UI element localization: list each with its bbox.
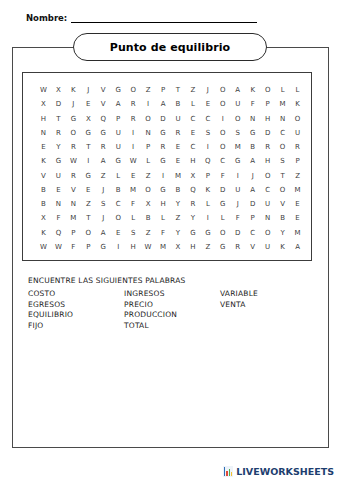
word-to-find: PRECIO	[124, 300, 177, 311]
grid-cell-r4c15[interactable]: G	[245, 126, 260, 140]
grid-cell-r5c2[interactable]: Y	[51, 140, 66, 154]
grid-cell-r11c7[interactable]: S	[126, 226, 141, 240]
grid-cell-r7c12[interactable]: P	[200, 169, 215, 183]
grid-cell-r11c4[interactable]: O	[81, 226, 96, 240]
grid-cell-r7c8[interactable]: Z	[141, 169, 156, 183]
grid-cell-r6c13[interactable]: C	[215, 154, 230, 168]
grid-cell-r2c7[interactable]: R	[126, 97, 141, 111]
grid-cell-r1c9[interactable]: P	[156, 83, 171, 97]
grid-cell-r11c14[interactable]: D	[230, 226, 245, 240]
grid-cell-r12c8[interactable]: W	[141, 240, 156, 254]
word-to-find: VARIABLE	[220, 289, 258, 300]
grid-cell-r3c2[interactable]: T	[51, 112, 66, 126]
grid-cell-r3c4[interactable]: X	[81, 112, 96, 126]
grid-cell-r3c9[interactable]: D	[156, 112, 171, 126]
grid-cell-r7c5[interactable]: Z	[96, 169, 111, 183]
grid-cell-r1c13[interactable]: O	[215, 83, 230, 97]
grid-cell-r11c8[interactable]: Z	[141, 226, 156, 240]
grid-cell-r10c2[interactable]: F	[51, 211, 66, 225]
grid-cell-r1c16[interactable]: O	[260, 83, 275, 97]
grid-cell-r2c16[interactable]: P	[260, 97, 275, 111]
grid-cell-r7c11[interactable]: X	[185, 169, 200, 183]
grid-cell-r9c17[interactable]: V	[275, 197, 290, 211]
grid-cell-r6c16[interactable]: H	[260, 154, 275, 168]
grid-cell-r7c13[interactable]: F	[215, 169, 230, 183]
grid-cell-r2c11[interactable]: L	[185, 97, 200, 111]
grid-cell-r7c18[interactable]: Z	[290, 169, 305, 183]
footer-brand-link[interactable]: LIVEWORKSHEETS	[223, 465, 334, 478]
grid-cell-r4c4[interactable]: G	[81, 126, 96, 140]
grid-cell-r7c7[interactable]: E	[126, 169, 141, 183]
grid-cell-r4c17[interactable]: C	[275, 126, 290, 140]
grid-cell-r10c16[interactable]: N	[260, 211, 275, 225]
grid-cell-r5c18[interactable]: R	[290, 140, 305, 154]
word-to-find: VENTA	[220, 300, 258, 311]
grid-cell-r11c6[interactable]: E	[111, 226, 126, 240]
grid-cell-r11c1[interactable]: K	[36, 226, 51, 240]
grid-cell-r3c12[interactable]: C	[200, 112, 215, 126]
grid-cell-r4c10[interactable]: R	[171, 126, 186, 140]
grid-cell-r9c11[interactable]: R	[185, 197, 200, 211]
grid-cell-r8c1[interactable]: B	[36, 183, 51, 197]
grid-cell-r12c6[interactable]: I	[111, 240, 126, 254]
grid-cell-r2c2[interactable]: D	[51, 97, 66, 111]
grid-cell-r3c7[interactable]: R	[126, 112, 141, 126]
grid-cell-r12c16[interactable]: U	[260, 240, 275, 254]
grid-cell-r9c12[interactable]: L	[200, 197, 215, 211]
liveworksheets-logo-icon	[223, 466, 233, 477]
grid-cell-r8c4[interactable]: E	[81, 183, 96, 197]
grid-cell-r7c10[interactable]: M	[171, 169, 186, 183]
grid-cell-r9c6[interactable]: C	[111, 197, 126, 211]
grid-cell-r12c15[interactable]: V	[245, 240, 260, 254]
grid-cell-r3c5[interactable]: Q	[96, 112, 111, 126]
grid-cell-r4c13[interactable]: O	[215, 126, 230, 140]
grid-cell-r6c17[interactable]: S	[275, 154, 290, 168]
grid-cell-r3c13[interactable]: I	[215, 112, 230, 126]
grid-cell-r1c1[interactable]: W	[36, 83, 51, 97]
grid-cell-r10c1[interactable]: X	[36, 211, 51, 225]
grid-cell-r11c12[interactable]: G	[200, 226, 215, 240]
grid-cell-r3c11[interactable]: C	[185, 112, 200, 126]
word-to-find: EGRESOS	[28, 300, 73, 311]
grid-cell-r7c14[interactable]: I	[230, 169, 245, 183]
grid-cell-r1c2[interactable]: X	[51, 83, 66, 97]
wordsearch-grid: WXKJVGOZPTZJOAKOLLXDJEVARIABLEOUFPMKHTGX…	[22, 72, 312, 261]
grid-cell-r5c8[interactable]: P	[141, 140, 156, 154]
grid-cell-r5c1[interactable]: E	[36, 140, 51, 154]
grid-cell-r5c10[interactable]: E	[171, 140, 186, 154]
grid-cell-r5c17[interactable]: O	[275, 140, 290, 154]
grid-cell-r6c11[interactable]: H	[185, 154, 200, 168]
grid-cell-r3c8[interactable]: O	[141, 112, 156, 126]
word-to-find: EQUILIBRIO	[28, 310, 73, 321]
grid-cell-r11c3[interactable]: P	[66, 226, 81, 240]
word-to-find: COSTO	[28, 289, 73, 300]
grid-cell-r10c12[interactable]: I	[200, 211, 215, 225]
name-label: Nombre:	[26, 13, 67, 23]
grid-cell-r12c2[interactable]: W	[51, 240, 66, 254]
grid-cell-r4c5[interactable]: G	[96, 126, 111, 140]
grid-cell-r6c10[interactable]: E	[171, 154, 186, 168]
instructions-header: ENCUENTRE LAS SIGUIENTES PALABRAS	[28, 276, 185, 285]
grid-cell-r4c2[interactable]: R	[51, 126, 66, 140]
grid-cell-r7c16[interactable]: O	[260, 169, 275, 183]
grid-cell-r1c11[interactable]: Z	[185, 83, 200, 97]
grid-cell-r2c8[interactable]: I	[141, 97, 156, 111]
grid-cell-r11c9[interactable]: F	[156, 226, 171, 240]
grid-cell-r12c5[interactable]: G	[96, 240, 111, 254]
name-row: Nombre:	[26, 13, 257, 23]
grid-cell-r12c9[interactable]: M	[156, 240, 171, 254]
grid-cell-r5c4[interactable]: T	[81, 140, 96, 154]
grid-cell-r9c2[interactable]: N	[51, 197, 66, 211]
grid-cell-r10c11[interactable]: Y	[185, 211, 200, 225]
grid-cell-r1c14[interactable]: A	[230, 83, 245, 97]
grid-cell-r8c13[interactable]: D	[215, 183, 230, 197]
grid-cell-r10c8[interactable]: B	[141, 211, 156, 225]
grid-cell-r6c14[interactable]: G	[230, 154, 245, 168]
grid-cell-r5c14[interactable]: M	[230, 140, 245, 154]
grid-cell-r6c8[interactable]: L	[141, 154, 156, 168]
grid-cell-r2c3[interactable]: J	[66, 97, 81, 111]
grid-cell-r1c17[interactable]: L	[275, 83, 290, 97]
grid-cell-r3c6[interactable]: P	[111, 112, 126, 126]
grid-cell-r7c9[interactable]: I	[156, 169, 171, 183]
grid-cell-r1c6[interactable]: G	[111, 83, 126, 97]
grid-cell-r8c5[interactable]: J	[96, 183, 111, 197]
grid-cell-r7c1[interactable]: V	[36, 169, 51, 183]
grid-cell-r5c5[interactable]: R	[96, 140, 111, 154]
grid-cell-r2c18[interactable]: K	[290, 97, 305, 111]
grid-cell-r4c1[interactable]: N	[36, 126, 51, 140]
grid-cell-r7c6[interactable]: L	[111, 169, 126, 183]
grid-cell-r1c8[interactable]: Z	[141, 83, 156, 97]
grid-cell-r10c7[interactable]: L	[126, 211, 141, 225]
grid-cell-r2c14[interactable]: U	[230, 97, 245, 111]
grid-cell-r3c17[interactable]: N	[275, 112, 290, 126]
grid-cell-r12c13[interactable]: G	[215, 240, 230, 254]
grid-cell-r2c15[interactable]: F	[245, 97, 260, 111]
grid-cell-r8c12[interactable]: K	[200, 183, 215, 197]
grid-cell-r1c15[interactable]: K	[245, 83, 260, 97]
grid-cell-r6c2[interactable]: G	[51, 154, 66, 168]
grid-cell-r6c7[interactable]: W	[126, 154, 141, 168]
grid-cell-r5c16[interactable]: R	[260, 140, 275, 154]
grid-cell-r6c6[interactable]: G	[111, 154, 126, 168]
grid-cell-r3c15[interactable]: N	[245, 112, 260, 126]
grid-cell-r8c14[interactable]: U	[230, 183, 245, 197]
grid-cell-r10c9[interactable]: L	[156, 211, 171, 225]
grid-cell-r12c10[interactable]: X	[171, 240, 186, 254]
grid-cell-r12c7[interactable]: H	[126, 240, 141, 254]
grid-cell-r5c15[interactable]: B	[245, 140, 260, 154]
grid-cell-r9c13[interactable]: G	[215, 197, 230, 211]
grid-cell-r12c11[interactable]: H	[185, 240, 200, 254]
grid-cell-r1c7[interactable]: O	[126, 83, 141, 97]
grid-cell-r5c3[interactable]: R	[66, 140, 81, 154]
grid-cell-r10c6[interactable]: O	[111, 211, 126, 225]
grid-cell-r8c10[interactable]: B	[171, 183, 186, 197]
grid-cell-r12c4[interactable]: P	[81, 240, 96, 254]
grid-cell-r9c8[interactable]: X	[141, 197, 156, 211]
grid-cell-r2c4[interactable]: E	[81, 97, 96, 111]
grid-cell-r9c18[interactable]: E	[290, 197, 305, 211]
brand-name: LIVEWORKSHEETS	[236, 466, 334, 477]
grid-cell-r8c7[interactable]: M	[126, 183, 141, 197]
grid-cell-r6c9[interactable]: G	[156, 154, 171, 168]
grid-cell-r3c18[interactable]: O	[290, 112, 305, 126]
grid-cell-r11c16[interactable]: O	[260, 226, 275, 240]
grid-cell-r1c5[interactable]: V	[96, 83, 111, 97]
grid-cell-r4c11[interactable]: E	[185, 126, 200, 140]
grid-cell-r4c16[interactable]: D	[260, 126, 275, 140]
grid-cell-r10c10[interactable]: Z	[171, 211, 186, 225]
grid-cell-r9c15[interactable]: D	[245, 197, 260, 211]
grid-cell-r8c6[interactable]: B	[111, 183, 126, 197]
grid-cell-r10c14[interactable]: F	[230, 211, 245, 225]
grid-cell-r9c10[interactable]: Y	[171, 197, 186, 211]
grid-cell-r6c18[interactable]: P	[290, 154, 305, 168]
grid-cell-r9c5[interactable]: S	[96, 197, 111, 211]
grid-cell-r2c17[interactable]: M	[275, 97, 290, 111]
grid-cell-r9c1[interactable]: B	[36, 197, 51, 211]
grid-cell-r4c14[interactable]: S	[230, 126, 245, 140]
grid-cell-r6c15[interactable]: A	[245, 154, 260, 168]
grid-cell-r11c10[interactable]: Y	[171, 226, 186, 240]
grid-cell-r1c4[interactable]: J	[81, 83, 96, 97]
grid-cell-r10c4[interactable]: T	[81, 211, 96, 225]
grid-cell-r11c11[interactable]: G	[185, 226, 200, 240]
grid-cell-r5c13[interactable]: O	[215, 140, 230, 154]
grid-cell-r4c8[interactable]: N	[141, 126, 156, 140]
grid-cell-r12c12[interactable]: Z	[200, 240, 215, 254]
grid-cell-r6c1[interactable]: K	[36, 154, 51, 168]
grid-cell-r10c5[interactable]: J	[96, 211, 111, 225]
grid-cell-r7c17[interactable]: T	[275, 169, 290, 183]
grid-cell-r4c12[interactable]: S	[200, 126, 215, 140]
grid-cell-r4c6[interactable]: U	[111, 126, 126, 140]
grid-cell-r4c3[interactable]: O	[66, 126, 81, 140]
grid-cell-r8c11[interactable]: Q	[185, 183, 200, 197]
grid-cell-r11c13[interactable]: O	[215, 226, 230, 240]
grid-cell-r12c17[interactable]: K	[275, 240, 290, 254]
grid-cell-r8c16[interactable]: C	[260, 183, 275, 197]
grid-cell-r7c4[interactable]: G	[81, 169, 96, 183]
word-to-find: PRODUCCION	[124, 310, 177, 321]
grid-cell-r3c10[interactable]: U	[171, 112, 186, 126]
grid-cell-r4c7[interactable]: I	[126, 126, 141, 140]
grid-cell-r8c8[interactable]: O	[141, 183, 156, 197]
grid-cell-r6c3[interactable]: W	[66, 154, 81, 168]
grid-cell-r12c1[interactable]: W	[36, 240, 51, 254]
grid-cell-r9c3[interactable]: N	[66, 197, 81, 211]
grid-cell-r8c3[interactable]: V	[66, 183, 81, 197]
grid-cell-r9c14[interactable]: J	[230, 197, 245, 211]
grid-cell-r11c18[interactable]: M	[290, 226, 305, 240]
grid-cell-r11c5[interactable]: A	[96, 226, 111, 240]
grid-cell-r10c13[interactable]: L	[215, 211, 230, 225]
grid-cell-r2c9[interactable]: A	[156, 97, 171, 111]
grid-cell-r3c3[interactable]: G	[66, 112, 81, 126]
word-to-find: TOTAL	[124, 321, 177, 332]
grid-cell-r8c17[interactable]: O	[275, 183, 290, 197]
grid-cell-r5c7[interactable]: I	[126, 140, 141, 154]
grid-cell-r1c18[interactable]: L	[290, 83, 305, 97]
grid-cell-r2c1[interactable]: X	[36, 97, 51, 111]
grid-cell-r2c6[interactable]: A	[111, 97, 126, 111]
grid-cell-r3c14[interactable]: O	[230, 112, 245, 126]
grid-cell-r3c16[interactable]: H	[260, 112, 275, 126]
grid-cell-r5c11[interactable]: C	[185, 140, 200, 154]
title-pill: Punto de equilibrio	[73, 33, 267, 61]
word-list-column-3: VARIABLEVENTA	[220, 289, 258, 310]
grid-cell-r12c3[interactable]: F	[66, 240, 81, 254]
grid-cell-r6c5[interactable]: A	[96, 154, 111, 168]
grid-cell-r9c9[interactable]: H	[156, 197, 171, 211]
grid-cell-r9c7[interactable]: F	[126, 197, 141, 211]
grid-cell-r8c9[interactable]: G	[156, 183, 171, 197]
grid-cell-r7c15[interactable]: J	[245, 169, 260, 183]
grid-cell-r1c10[interactable]: T	[171, 83, 186, 97]
grid-cell-r6c4[interactable]: I	[81, 154, 96, 168]
grid-cell-r6c12[interactable]: Q	[200, 154, 215, 168]
grid-cell-r1c3[interactable]: K	[66, 83, 81, 97]
grid-cell-r1c12[interactable]: J	[200, 83, 215, 97]
grid-cell-r4c18[interactable]: U	[290, 126, 305, 140]
word-to-find: FIJO	[28, 321, 73, 332]
grid-cell-r5c12[interactable]: I	[200, 140, 215, 154]
grid-cell-r11c17[interactable]: Y	[275, 226, 290, 240]
grid-cell-r2c12[interactable]: E	[200, 97, 215, 111]
grid-cell-r3c1[interactable]: H	[36, 112, 51, 126]
grid-cell-r11c2[interactable]: Q	[51, 226, 66, 240]
grid-cell-r9c4[interactable]: Z	[81, 197, 96, 211]
grid-cell-r8c2[interactable]: E	[51, 183, 66, 197]
grid-cell-r10c15[interactable]: P	[245, 211, 260, 225]
grid-cell-r10c18[interactable]: E	[290, 211, 305, 225]
grid-cell-r2c5[interactable]: V	[96, 97, 111, 111]
word-list-column-1: COSTOEGRESOSEQUILIBRIOFIJO	[28, 289, 73, 331]
grid-cell-r5c9[interactable]: R	[156, 140, 171, 154]
grid-cell-r9c16[interactable]: U	[260, 197, 275, 211]
grid-cell-r5c6[interactable]: U	[111, 140, 126, 154]
grid-cell-r8c15[interactable]: A	[245, 183, 260, 197]
grid-cell-r2c13[interactable]: O	[215, 97, 230, 111]
page-title: Punto de equilibrio	[110, 41, 231, 54]
grid-cell-r10c17[interactable]: B	[275, 211, 290, 225]
grid-cell-r4c9[interactable]: G	[156, 126, 171, 140]
grid-cell-r10c3[interactable]: M	[66, 211, 81, 225]
grid-cell-r8c18[interactable]: M	[290, 183, 305, 197]
grid-cell-r2c10[interactable]: B	[171, 97, 186, 111]
grid-cell-r12c14[interactable]: R	[230, 240, 245, 254]
grid-cell-r12c18[interactable]: A	[290, 240, 305, 254]
grid-cell-r7c3[interactable]: R	[66, 169, 81, 183]
grid-cell-r11c15[interactable]: C	[245, 226, 260, 240]
word-list-column-2: INGRESOSPRECIOPRODUCCIONTOTAL	[124, 289, 177, 331]
name-input-line[interactable]	[71, 13, 257, 23]
word-to-find: INGRESOS	[124, 289, 177, 300]
grid-cell-r7c2[interactable]: U	[51, 169, 66, 183]
